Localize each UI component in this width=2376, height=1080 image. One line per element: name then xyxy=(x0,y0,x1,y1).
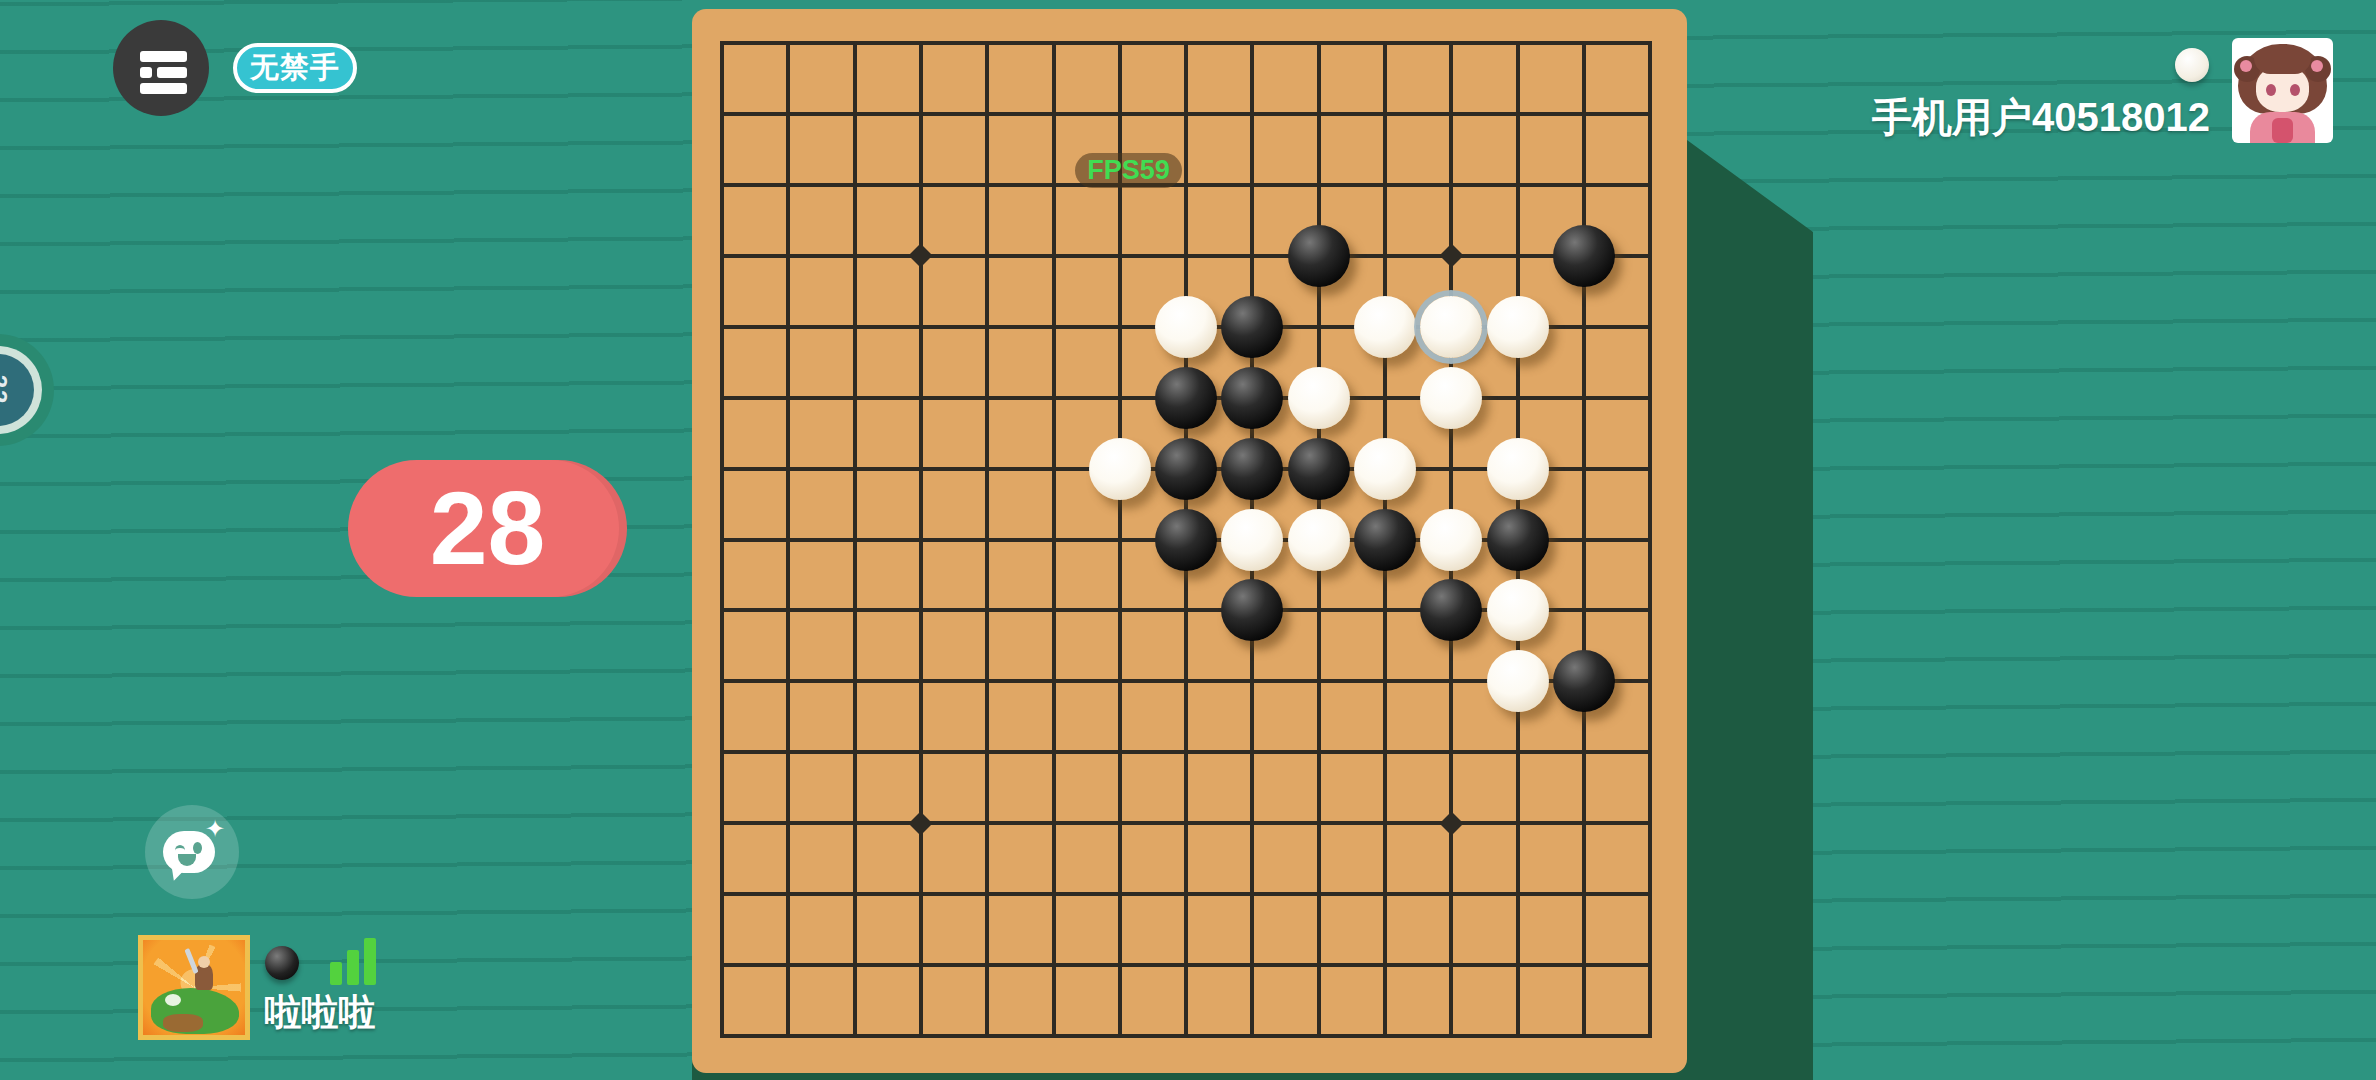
grid-line-horizontal xyxy=(720,750,1652,754)
game-screen: 无禁手 FPS59 28 手机用户40518012 22 ✦ 啦啦啦 xyxy=(0,0,2376,1080)
top-player-stone-white-icon xyxy=(2175,48,2209,82)
rule-badge-label: 无禁手 xyxy=(250,48,340,88)
stone-white xyxy=(1487,296,1549,358)
board[interactable] xyxy=(692,9,1687,1073)
chat-button[interactable]: ✦ xyxy=(145,805,239,899)
stone-black xyxy=(1420,579,1482,641)
stone-white xyxy=(1487,650,1549,712)
top-player-name: 手机用户40518012 xyxy=(1872,90,2210,145)
rule-badge: 无禁手 xyxy=(233,43,357,93)
stone-black xyxy=(1553,650,1615,712)
fps-indicator: FPS59 xyxy=(1075,153,1182,188)
stone-white xyxy=(1089,438,1151,500)
bottom-player-name: 啦啦啦 xyxy=(240,988,400,1038)
stone-white xyxy=(1487,438,1549,500)
stone-black xyxy=(1288,225,1350,287)
stone-black xyxy=(1155,367,1217,429)
stone-white xyxy=(1288,367,1350,429)
grid-line-horizontal xyxy=(720,1034,1652,1038)
grid-line-vertical xyxy=(1648,41,1652,1038)
star-point xyxy=(1439,244,1463,268)
stone-white xyxy=(1487,579,1549,641)
grid-line-horizontal xyxy=(720,821,1652,825)
stone-white xyxy=(1354,438,1416,500)
stone-white xyxy=(1354,296,1416,358)
stone-black xyxy=(1221,579,1283,641)
stone-white xyxy=(1155,296,1217,358)
side-widget-label: 22 xyxy=(0,375,12,406)
bottom-player-avatar[interactable] xyxy=(138,935,250,1040)
stone-black xyxy=(1553,225,1615,287)
grid-line-horizontal xyxy=(720,892,1652,896)
stone-white xyxy=(1288,509,1350,571)
move-timer-value: 28 xyxy=(430,469,546,588)
stone-black xyxy=(1221,438,1283,500)
bottom-player-stone-black-icon xyxy=(265,946,299,980)
grid-line-vertical xyxy=(1582,41,1586,1038)
connection-signal-icon xyxy=(330,938,378,985)
stone-white-last-move xyxy=(1420,296,1482,358)
stone-white xyxy=(1420,509,1482,571)
stone-black xyxy=(1155,509,1217,571)
stone-black xyxy=(1288,438,1350,500)
grid-line-horizontal xyxy=(720,963,1652,967)
stone-black xyxy=(1221,296,1283,358)
star-point xyxy=(909,244,933,268)
stone-black xyxy=(1221,367,1283,429)
stone-black xyxy=(1155,438,1217,500)
fps-label: FPS59 xyxy=(1087,155,1170,186)
move-timer: 28 xyxy=(348,460,627,597)
star-point xyxy=(909,811,933,835)
stone-black xyxy=(1354,509,1416,571)
stone-white xyxy=(1221,509,1283,571)
top-player-avatar[interactable] xyxy=(2232,38,2333,143)
stone-black xyxy=(1487,509,1549,571)
sparkle-icon: ✦ xyxy=(205,815,225,843)
stone-white xyxy=(1420,367,1482,429)
menu-button[interactable] xyxy=(113,20,209,116)
star-point xyxy=(1439,811,1463,835)
